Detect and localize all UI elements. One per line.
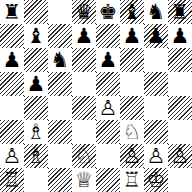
white-rook-icon: ♖	[123, 168, 142, 192]
white-pawn-icon: ♙	[123, 144, 142, 168]
black-rook-icon: ♜	[3, 0, 22, 24]
square-e4[interactable]: ♙	[96, 96, 120, 120]
square-f1[interactable]: ♖	[120, 168, 144, 192]
square-e1[interactable]	[96, 168, 120, 192]
black-knight-icon: ♞	[147, 0, 166, 24]
square-d6[interactable]	[72, 48, 96, 72]
white-pawn-icon: ♙	[3, 144, 22, 168]
white-queen-icon: ♕	[75, 168, 94, 192]
square-a2[interactable]: ♙	[0, 144, 24, 168]
chess-board: ♜♛♚♝♞♜♝♟♟♟♟♟♞♟♟♙♗♘♙♗♘♙♙♙♖♕♖♔	[0, 0, 192, 192]
square-b5[interactable]: ♟	[24, 72, 48, 96]
square-e5[interactable]	[96, 72, 120, 96]
square-b7[interactable]: ♝	[24, 24, 48, 48]
black-pawn-icon: ♟	[3, 48, 22, 72]
square-c4[interactable]	[48, 96, 72, 120]
square-a8[interactable]: ♜	[0, 0, 24, 24]
square-h1[interactable]	[168, 168, 192, 192]
square-g4[interactable]	[144, 96, 168, 120]
square-b2[interactable]: ♗	[24, 144, 48, 168]
square-a6[interactable]: ♟	[0, 48, 24, 72]
square-g7[interactable]: ♟	[144, 24, 168, 48]
square-b6[interactable]	[24, 48, 48, 72]
square-a5[interactable]	[0, 72, 24, 96]
square-h5[interactable]	[168, 72, 192, 96]
square-c2[interactable]	[48, 144, 72, 168]
square-c6[interactable]: ♞	[48, 48, 72, 72]
square-c1[interactable]	[48, 168, 72, 192]
square-e8[interactable]: ♚	[96, 0, 120, 24]
square-e3[interactable]	[96, 120, 120, 144]
white-knight-icon: ♘	[123, 120, 142, 144]
square-c8[interactable]	[48, 0, 72, 24]
square-b8[interactable]	[24, 0, 48, 24]
black-knight-icon: ♞	[51, 48, 70, 72]
black-pawn-icon: ♟	[123, 24, 142, 48]
square-f8[interactable]: ♝	[120, 0, 144, 24]
square-h7[interactable]: ♟	[168, 24, 192, 48]
square-a3[interactable]	[0, 120, 24, 144]
square-d2[interactable]: ♘	[72, 144, 96, 168]
square-d5[interactable]	[72, 72, 96, 96]
white-pawn-icon: ♙	[147, 144, 166, 168]
square-g6[interactable]	[144, 48, 168, 72]
square-f6[interactable]	[120, 48, 144, 72]
black-pawn-icon: ♟	[171, 24, 190, 48]
square-d8[interactable]: ♛	[72, 0, 96, 24]
square-h6[interactable]	[168, 48, 192, 72]
black-queen-icon: ♛	[75, 0, 94, 24]
square-d7[interactable]: ♟	[72, 24, 96, 48]
square-f4[interactable]	[120, 96, 144, 120]
square-d1[interactable]: ♕	[72, 168, 96, 192]
square-a1[interactable]: ♖	[0, 168, 24, 192]
square-c3[interactable]	[48, 120, 72, 144]
square-b4[interactable]	[24, 96, 48, 120]
square-d3[interactable]	[72, 120, 96, 144]
square-h2[interactable]: ♙	[168, 144, 192, 168]
square-c5[interactable]	[48, 72, 72, 96]
square-f2[interactable]: ♙	[120, 144, 144, 168]
black-king-icon: ♚	[99, 0, 118, 24]
square-b1[interactable]	[24, 168, 48, 192]
square-f7[interactable]: ♟	[120, 24, 144, 48]
square-a7[interactable]	[0, 24, 24, 48]
white-king-icon: ♔	[147, 168, 166, 192]
square-a4[interactable]	[0, 96, 24, 120]
white-knight-icon: ♘	[75, 144, 94, 168]
white-bishop-icon: ♗	[27, 120, 46, 144]
square-h4[interactable]	[168, 96, 192, 120]
square-g8[interactable]: ♞	[144, 0, 168, 24]
white-bishop-icon: ♗	[27, 144, 46, 168]
white-rook-icon: ♖	[3, 168, 22, 192]
square-g1[interactable]: ♔	[144, 168, 168, 192]
white-pawn-icon: ♙	[99, 96, 118, 120]
square-c7[interactable]	[48, 24, 72, 48]
square-f3[interactable]: ♘	[120, 120, 144, 144]
square-e7[interactable]	[96, 24, 120, 48]
black-pawn-icon: ♟	[27, 72, 46, 96]
square-f5[interactable]	[120, 72, 144, 96]
square-e2[interactable]	[96, 144, 120, 168]
black-pawn-icon: ♟	[99, 48, 118, 72]
square-h8[interactable]: ♜	[168, 0, 192, 24]
square-g5[interactable]	[144, 72, 168, 96]
black-pawn-icon: ♟	[147, 24, 166, 48]
square-e6[interactable]: ♟	[96, 48, 120, 72]
square-b3[interactable]: ♗	[24, 120, 48, 144]
black-bishop-icon: ♝	[27, 24, 46, 48]
square-g3[interactable]	[144, 120, 168, 144]
black-bishop-icon: ♝	[123, 0, 142, 24]
square-d4[interactable]	[72, 96, 96, 120]
square-g2[interactable]: ♙	[144, 144, 168, 168]
black-rook-icon: ♜	[171, 0, 190, 24]
square-h3[interactable]	[168, 120, 192, 144]
white-pawn-icon: ♙	[171, 144, 190, 168]
black-pawn-icon: ♟	[75, 24, 94, 48]
